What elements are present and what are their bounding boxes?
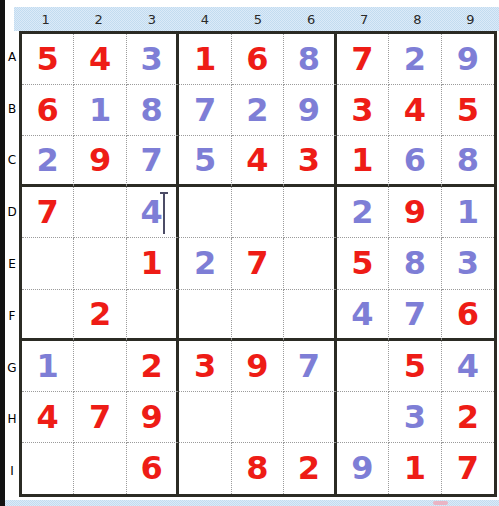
cell-F9[interactable]: 6 — [442, 290, 494, 341]
sudoku-board: 5431687296187293452975431687429112758324… — [19, 31, 497, 497]
cell-H9[interactable]: 2 — [442, 392, 494, 443]
cell-D9[interactable]: 1 — [442, 187, 494, 238]
cell-G7[interactable] — [337, 341, 389, 392]
row-label-G: G — [5, 342, 19, 394]
cell-G6[interactable]: 7 — [284, 341, 336, 392]
cell-G4[interactable]: 3 — [179, 341, 231, 392]
cell-A2[interactable]: 4 — [74, 34, 126, 85]
artifact-mark — [433, 501, 448, 505]
cell-C7[interactable]: 1 — [337, 136, 389, 187]
cell-D8[interactable]: 9 — [389, 187, 441, 238]
cell-B7[interactable]: 3 — [337, 85, 389, 136]
cell-B6[interactable]: 9 — [284, 85, 336, 136]
bottom-strip — [5, 500, 499, 506]
cell-F5[interactable] — [232, 290, 284, 341]
cell-E4[interactable]: 2 — [179, 238, 231, 289]
cell-F6[interactable] — [284, 290, 336, 341]
column-label-9: 9 — [444, 7, 497, 31]
cell-E1[interactable] — [22, 238, 74, 289]
row-label-D: D — [5, 186, 19, 238]
sudoku-app-window: 123456789 ABCDEFGHI 54316872961872934529… — [0, 0, 499, 506]
column-labels: 123456789 — [19, 7, 497, 31]
row-label-H: H — [5, 393, 19, 445]
cell-D5[interactable] — [232, 187, 284, 238]
cell-G5[interactable]: 9 — [232, 341, 284, 392]
cell-B2[interactable]: 1 — [74, 85, 126, 136]
cell-H6[interactable] — [284, 392, 336, 443]
cell-H7[interactable] — [337, 392, 389, 443]
cell-I1[interactable] — [22, 443, 74, 494]
column-label-7: 7 — [338, 7, 391, 31]
cell-G2[interactable] — [74, 341, 126, 392]
cell-E8[interactable]: 8 — [389, 238, 441, 289]
row-label-I: I — [5, 445, 19, 497]
cell-A4[interactable]: 1 — [179, 34, 231, 85]
cell-I9[interactable]: 7 — [442, 443, 494, 494]
row-label-B: B — [5, 83, 19, 135]
cell-I3[interactable]: 6 — [127, 443, 179, 494]
cell-E3[interactable]: 1 — [127, 238, 179, 289]
cell-F3[interactable] — [127, 290, 179, 341]
cell-A8[interactable]: 2 — [389, 34, 441, 85]
cell-B4[interactable]: 7 — [179, 85, 231, 136]
cell-D2[interactable] — [74, 187, 126, 238]
cell-A5[interactable]: 6 — [232, 34, 284, 85]
cell-B9[interactable]: 5 — [442, 85, 494, 136]
cell-A6[interactable]: 8 — [284, 34, 336, 85]
row-labels: ABCDEFGHI — [5, 31, 19, 497]
cell-E9[interactable]: 3 — [442, 238, 494, 289]
cell-I4[interactable] — [179, 443, 231, 494]
row-label-C: C — [5, 135, 19, 187]
cell-G8[interactable]: 5 — [389, 341, 441, 392]
cell-C5[interactable]: 4 — [232, 136, 284, 187]
cell-I5[interactable]: 8 — [232, 443, 284, 494]
cell-B3[interactable]: 8 — [127, 85, 179, 136]
row-label-A: A — [5, 31, 19, 83]
column-label-1: 1 — [19, 7, 72, 31]
cell-C3[interactable]: 7 — [127, 136, 179, 187]
column-label-4: 4 — [178, 7, 231, 31]
cell-A7[interactable]: 7 — [337, 34, 389, 85]
cell-D7[interactable]: 2 — [337, 187, 389, 238]
cell-C9[interactable]: 8 — [442, 136, 494, 187]
cell-A1[interactable]: 5 — [22, 34, 74, 85]
column-label-2: 2 — [72, 7, 125, 31]
cell-F1[interactable] — [22, 290, 74, 341]
cell-D1[interactable]: 7 — [22, 187, 74, 238]
cell-F2[interactable]: 2 — [74, 290, 126, 341]
cell-F7[interactable]: 4 — [337, 290, 389, 341]
cell-I2[interactable] — [74, 443, 126, 494]
cell-H5[interactable] — [232, 392, 284, 443]
cell-I6[interactable]: 2 — [284, 443, 336, 494]
cell-A9[interactable]: 9 — [442, 34, 494, 85]
cell-D6[interactable] — [284, 187, 336, 238]
cell-F4[interactable] — [179, 290, 231, 341]
cell-H8[interactable]: 3 — [389, 392, 441, 443]
cell-C4[interactable]: 5 — [179, 136, 231, 187]
cell-H4[interactable] — [179, 392, 231, 443]
cell-C1[interactable]: 2 — [22, 136, 74, 187]
cell-B1[interactable]: 6 — [22, 85, 74, 136]
cell-E7[interactable]: 5 — [337, 238, 389, 289]
column-label-5: 5 — [231, 7, 284, 31]
cell-G1[interactable]: 1 — [22, 341, 74, 392]
cell-H1[interactable]: 4 — [22, 392, 74, 443]
cell-C2[interactable]: 9 — [74, 136, 126, 187]
cell-C6[interactable]: 3 — [284, 136, 336, 187]
cell-B5[interactable]: 2 — [232, 85, 284, 136]
cell-I8[interactable]: 1 — [389, 443, 441, 494]
cell-A3[interactable]: 3 — [127, 34, 179, 85]
cell-D3[interactable]: 4 — [127, 187, 179, 238]
cell-G3[interactable]: 2 — [127, 341, 179, 392]
cell-C8[interactable]: 6 — [389, 136, 441, 187]
cell-E6[interactable] — [284, 238, 336, 289]
cell-F8[interactable]: 7 — [389, 290, 441, 341]
cell-G9[interactable]: 4 — [442, 341, 494, 392]
column-label-3: 3 — [125, 7, 178, 31]
cell-E5[interactable]: 7 — [232, 238, 284, 289]
row-label-E: E — [5, 238, 19, 290]
cell-H2[interactable]: 7 — [74, 392, 126, 443]
cell-E2[interactable] — [74, 238, 126, 289]
column-label-6: 6 — [285, 7, 338, 31]
cell-B8[interactable]: 4 — [389, 85, 441, 136]
row-label-F: F — [5, 290, 19, 342]
cell-D4[interactable] — [179, 187, 231, 238]
cell-I7[interactable]: 9 — [337, 443, 389, 494]
cell-H3[interactable]: 9 — [127, 392, 179, 443]
text-caret — [163, 192, 165, 234]
column-label-8: 8 — [391, 7, 444, 31]
